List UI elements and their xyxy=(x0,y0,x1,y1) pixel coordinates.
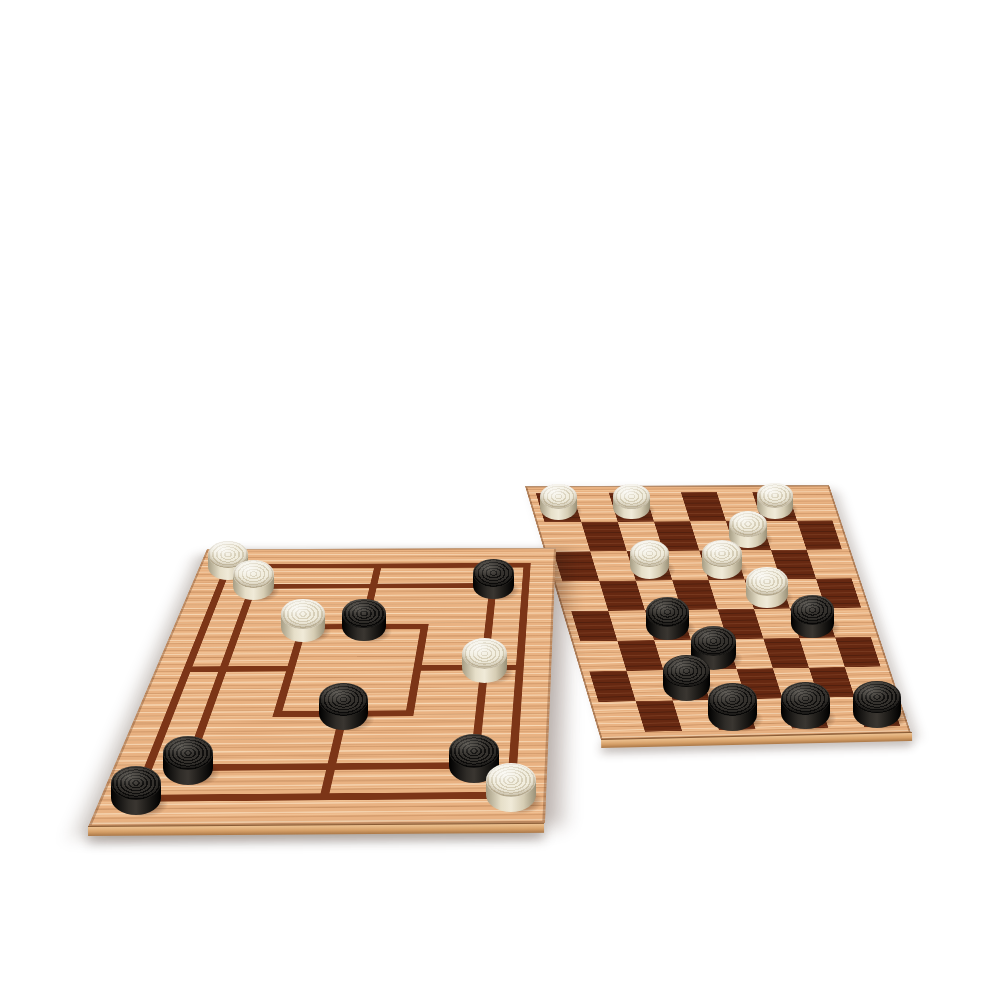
morris-piece-black[interactable] xyxy=(163,736,213,785)
white-piece-top-face xyxy=(233,560,274,588)
morris-piece-black[interactable] xyxy=(473,559,514,599)
white-piece-top-face xyxy=(486,763,536,797)
morris-piece-white[interactable] xyxy=(233,560,274,600)
morris-piece-black[interactable] xyxy=(111,766,161,815)
white-piece-top-face xyxy=(540,484,576,509)
checkers-piece-white[interactable] xyxy=(613,484,649,520)
white-piece-top-face xyxy=(613,484,649,509)
black-piece-top-face xyxy=(663,655,710,687)
checkers-piece-black[interactable] xyxy=(853,681,901,728)
checkers-piece-white[interactable] xyxy=(702,540,742,579)
white-piece-top-face xyxy=(757,483,793,508)
checkers-piece-black[interactable] xyxy=(781,682,829,729)
black-piece-top-face xyxy=(646,597,689,626)
checkers-piece-white[interactable] xyxy=(746,567,787,608)
black-piece-top-face xyxy=(691,626,736,657)
checkers-piece-black[interactable] xyxy=(708,683,756,730)
morris-connector-left xyxy=(190,666,291,672)
black-piece-top-face xyxy=(342,599,385,628)
black-piece-top-face xyxy=(163,736,213,770)
black-piece-top-face xyxy=(319,683,367,716)
morris-board-side-edge xyxy=(88,823,544,836)
white-piece-top-face xyxy=(281,599,324,628)
checkers-piece-black[interactable] xyxy=(663,655,710,701)
black-piece-top-face xyxy=(473,559,514,587)
checkers-piece-black[interactable] xyxy=(646,597,689,639)
black-piece-top-face xyxy=(781,682,829,715)
checkers-piece-white[interactable] xyxy=(630,540,670,579)
morris-piece-white[interactable] xyxy=(281,599,324,641)
black-piece-top-face xyxy=(791,595,834,624)
white-piece-top-face xyxy=(702,540,742,567)
morris-piece-black[interactable] xyxy=(319,683,367,730)
white-piece-top-face xyxy=(746,567,787,595)
checkers-piece-black[interactable] xyxy=(791,595,834,637)
scene xyxy=(0,0,1000,1000)
checkers-piece-white[interactable] xyxy=(540,484,576,520)
morris-piece-white[interactable] xyxy=(462,638,508,683)
morris-piece-white[interactable] xyxy=(486,763,536,812)
morris-piece-black[interactable] xyxy=(342,599,385,641)
